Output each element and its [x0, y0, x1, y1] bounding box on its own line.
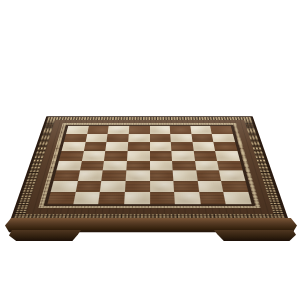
square-d5[interactable] — [127, 151, 150, 160]
square-b2[interactable] — [75, 181, 101, 192]
square-f7[interactable] — [170, 134, 192, 142]
square-b4[interactable] — [80, 161, 105, 171]
square-c6[interactable] — [106, 142, 129, 151]
square-f4[interactable] — [172, 161, 196, 171]
square-a4[interactable] — [56, 161, 81, 171]
square-e2[interactable] — [150, 181, 175, 192]
square-d6[interactable] — [128, 142, 150, 151]
square-b1[interactable] — [73, 192, 100, 204]
board-left-foot — [9, 230, 81, 242]
square-e6[interactable] — [150, 142, 172, 151]
square-c7[interactable] — [107, 134, 129, 142]
square-a2[interactable] — [51, 181, 78, 192]
square-h5[interactable] — [215, 151, 240, 160]
square-e3[interactable] — [150, 170, 174, 181]
square-h4[interactable] — [217, 161, 242, 171]
square-f8[interactable] — [170, 126, 191, 134]
square-c2[interactable] — [100, 181, 125, 192]
square-h8[interactable] — [210, 126, 232, 134]
square-a3[interactable] — [54, 170, 80, 181]
square-h2[interactable] — [221, 181, 248, 192]
square-f6[interactable] — [171, 142, 194, 151]
square-d8[interactable] — [129, 126, 150, 134]
square-f2[interactable] — [173, 181, 198, 192]
square-b8[interactable] — [87, 126, 109, 134]
square-e4[interactable] — [150, 161, 173, 171]
square-a1[interactable] — [47, 192, 75, 204]
square-d1[interactable] — [124, 192, 150, 204]
square-d4[interactable] — [126, 161, 149, 171]
square-c1[interactable] — [98, 192, 124, 204]
square-g5[interactable] — [193, 151, 217, 160]
square-g8[interactable] — [190, 126, 212, 134]
square-e7[interactable] — [150, 134, 171, 142]
square-b7[interactable] — [85, 134, 108, 142]
square-f3[interactable] — [173, 170, 198, 181]
square-g1[interactable] — [199, 192, 226, 204]
square-h3[interactable] — [219, 170, 245, 181]
square-c5[interactable] — [104, 151, 127, 160]
square-a6[interactable] — [62, 142, 86, 151]
square-a5[interactable] — [59, 151, 84, 160]
square-c8[interactable] — [108, 126, 129, 134]
square-b3[interactable] — [78, 170, 103, 181]
chess-board — [10, 116, 289, 220]
board-right-foot — [214, 230, 296, 242]
square-g6[interactable] — [192, 142, 215, 151]
square-g2[interactable] — [197, 181, 223, 192]
square-d3[interactable] — [126, 170, 150, 181]
square-h6[interactable] — [214, 142, 238, 151]
square-b5[interactable] — [82, 151, 106, 160]
square-e8[interactable] — [150, 126, 171, 134]
square-d2[interactable] — [125, 181, 150, 192]
square-c4[interactable] — [103, 161, 127, 171]
square-f1[interactable] — [174, 192, 200, 204]
square-f5[interactable] — [171, 151, 194, 160]
square-h1[interactable] — [224, 192, 252, 204]
square-e1[interactable] — [150, 192, 176, 204]
square-d7[interactable] — [128, 134, 149, 142]
square-a7[interactable] — [64, 134, 87, 142]
square-a8[interactable] — [66, 126, 88, 134]
square-g7[interactable] — [191, 134, 214, 142]
square-g4[interactable] — [195, 161, 220, 171]
board-squares-grid — [47, 126, 251, 205]
square-h7[interactable] — [212, 134, 235, 142]
square-b6[interactable] — [84, 142, 107, 151]
square-c3[interactable] — [102, 170, 127, 181]
square-g3[interactable] — [196, 170, 221, 181]
square-e5[interactable] — [150, 151, 173, 160]
photo-background — [0, 0, 300, 300]
